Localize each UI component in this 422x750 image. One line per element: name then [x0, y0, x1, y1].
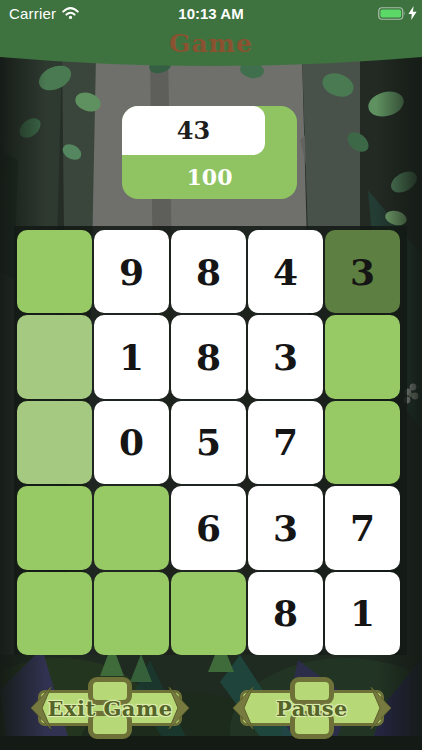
clock: 10:13 AM [0, 5, 422, 22]
cell-r5c3[interactable] [171, 572, 246, 655]
exit-game-label: Exit Game [30, 683, 190, 733]
score-panel: 43 100 [122, 106, 297, 199]
cell-r3c5[interactable] [325, 401, 400, 484]
cell-r1c5[interactable]: 3 [325, 230, 400, 313]
cell-r3c3[interactable]: 5 [171, 401, 246, 484]
target-score-value: 100 [122, 155, 297, 199]
charging-bolt-icon [408, 6, 417, 24]
pause-button[interactable]: Pause [232, 683, 392, 733]
cell-r3c2[interactable]: 0 [94, 401, 169, 484]
current-score-value: 43 [177, 116, 210, 145]
cell-r2c3[interactable]: 8 [171, 315, 246, 398]
pause-label: Pause [232, 683, 392, 733]
status-bar: Carrier 10:13 AM [0, 0, 422, 26]
cell-r2c4[interactable]: 3 [248, 315, 323, 398]
cell-r1c3[interactable]: 8 [171, 230, 246, 313]
cell-r4c4[interactable]: 3 [248, 486, 323, 569]
game-board: 984318305763781 [17, 230, 400, 655]
cell-r2c2[interactable]: 1 [94, 315, 169, 398]
page-title: Game [0, 29, 422, 58]
cell-r5c2[interactable] [94, 572, 169, 655]
cell-r4c5[interactable]: 7 [325, 486, 400, 569]
cell-r1c1[interactable] [17, 230, 92, 313]
cell-r5c4[interactable]: 8 [248, 572, 323, 655]
cell-r2c1[interactable] [17, 315, 92, 398]
battery-icon [378, 6, 406, 24]
current-score-box: 43 [122, 106, 265, 155]
cell-r4c1[interactable] [17, 486, 92, 569]
cell-r1c2[interactable]: 9 [94, 230, 169, 313]
cell-r1c4[interactable]: 4 [248, 230, 323, 313]
exit-game-button[interactable]: Exit Game [30, 683, 190, 733]
cell-r3c4[interactable]: 7 [248, 401, 323, 484]
cell-r5c1[interactable] [17, 572, 92, 655]
cell-r3c1[interactable] [17, 401, 92, 484]
cell-r2c5[interactable] [325, 315, 400, 398]
cell-r5c5[interactable]: 1 [325, 572, 400, 655]
cell-r4c2[interactable] [94, 486, 169, 569]
cell-r4c3[interactable]: 6 [171, 486, 246, 569]
